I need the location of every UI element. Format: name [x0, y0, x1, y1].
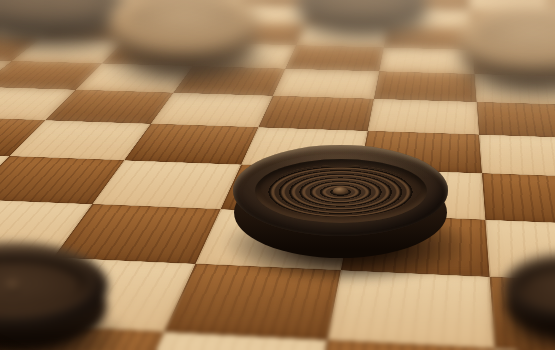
checker-piece-g7[interactable] [458, 2, 555, 94]
checker-piece-c2[interactable] [0, 242, 108, 350]
checker-piece-g2[interactable] [503, 253, 555, 348]
piece-nub [42, 0, 54, 1]
photo-scene [0, 0, 555, 350]
pieces-layer [0, 0, 555, 350]
checker-piece-e3[interactable] [233, 145, 448, 273]
checker-piece-c7[interactable] [110, 0, 258, 81]
piece-nub [333, 187, 348, 193]
checker-piece-d8[interactable] [296, 0, 428, 38]
piece-nub [529, 32, 540, 37]
